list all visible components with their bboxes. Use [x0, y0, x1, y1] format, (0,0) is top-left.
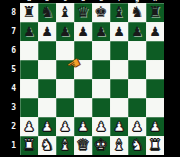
square-g2[interactable]: ♟ — [128, 117, 146, 136]
piece-black-pawn: ♟ — [59, 22, 71, 41]
piece-white-pawn: ♟ — [41, 117, 53, 136]
chess-board: ♜♞♝♛♚♝♞♜♟♟♟♟♟♟♟♟♟♟♟♟♟♟♟♟♜♞♝♛♚♝♞♜ — [20, 3, 164, 155]
square-f6[interactable] — [110, 41, 128, 60]
piece-white-pawn: ♟ — [149, 117, 161, 136]
square-b2[interactable]: ♟ — [38, 117, 56, 136]
piece-white-knight: ♞ — [40, 136, 53, 155]
piece-white-bishop: ♝ — [112, 136, 125, 155]
rank-label-4: 4 — [0, 79, 16, 98]
square-f8[interactable]: ♝ — [110, 3, 128, 22]
square-b7[interactable]: ♟ — [38, 22, 56, 41]
square-e2[interactable]: ♟ — [92, 117, 110, 136]
square-c4[interactable] — [56, 79, 74, 98]
square-h1[interactable]: ♜ — [146, 136, 164, 155]
piece-black-knight: ♞ — [40, 3, 53, 22]
piece-white-rook: ♜ — [148, 136, 161, 155]
square-a4[interactable] — [20, 79, 38, 98]
piece-white-pawn: ♟ — [23, 117, 35, 136]
square-f4[interactable] — [110, 79, 128, 98]
square-e1[interactable]: ♚ — [92, 136, 110, 155]
square-h8[interactable]: ♜ — [146, 3, 164, 22]
square-g1[interactable]: ♞ — [128, 136, 146, 155]
piece-black-pawn: ♟ — [77, 22, 89, 41]
square-d5[interactable] — [74, 60, 92, 79]
piece-white-king: ♚ — [94, 136, 107, 155]
square-d3[interactable] — [74, 98, 92, 117]
square-c8[interactable]: ♝ — [56, 3, 74, 22]
piece-black-knight: ♞ — [130, 3, 143, 22]
rank-label-1: 1 — [0, 136, 16, 155]
square-f3[interactable] — [110, 98, 128, 117]
piece-black-rook: ♜ — [22, 3, 35, 22]
piece-black-pawn: ♟ — [113, 22, 125, 41]
square-b3[interactable] — [38, 98, 56, 117]
square-a5[interactable] — [20, 60, 38, 79]
square-h2[interactable]: ♟ — [146, 117, 164, 136]
square-b8[interactable]: ♞ — [38, 3, 56, 22]
square-g4[interactable] — [128, 79, 146, 98]
square-e7[interactable]: ♟ — [92, 22, 110, 41]
square-g5[interactable] — [128, 60, 146, 79]
piece-white-pawn: ♟ — [113, 117, 125, 136]
square-g7[interactable]: ♟ — [128, 22, 146, 41]
square-h5[interactable] — [146, 60, 164, 79]
square-e6[interactable] — [92, 41, 110, 60]
rank-labels: 87654321 — [0, 3, 20, 155]
piece-white-queen: ♛ — [76, 136, 89, 155]
square-d1[interactable]: ♛ — [74, 136, 92, 155]
square-c6[interactable] — [56, 41, 74, 60]
square-h6[interactable] — [146, 41, 164, 60]
square-a8[interactable]: ♜ — [20, 3, 38, 22]
rank-label-3: 3 — [0, 98, 16, 117]
square-c3[interactable] — [56, 98, 74, 117]
piece-black-pawn: ♟ — [23, 22, 35, 41]
square-h4[interactable] — [146, 79, 164, 98]
square-h7[interactable]: ♟ — [146, 22, 164, 41]
square-e8[interactable]: ♚ — [92, 3, 110, 22]
square-b4[interactable] — [38, 79, 56, 98]
piece-white-pawn: ♟ — [131, 117, 143, 136]
rank-label-7: 7 — [0, 22, 16, 41]
rank-label-8: 8 — [0, 3, 16, 22]
piece-black-bishop: ♝ — [112, 3, 125, 22]
piece-white-pawn: ♟ — [77, 117, 89, 136]
square-b6[interactable] — [38, 41, 56, 60]
square-h3[interactable] — [146, 98, 164, 117]
square-d2[interactable]: ♟ — [74, 117, 92, 136]
piece-white-knight: ♞ — [130, 136, 143, 155]
square-g8[interactable]: ♞ — [128, 3, 146, 22]
piece-black-queen: ♛ — [76, 3, 89, 22]
piece-black-bishop: ♝ — [58, 3, 71, 22]
square-e5[interactable] — [92, 60, 110, 79]
piece-white-rook: ♜ — [22, 136, 35, 155]
square-d7[interactable]: ♟ — [74, 22, 92, 41]
piece-black-pawn: ♟ — [95, 22, 107, 41]
rank-label-6: 6 — [0, 41, 16, 60]
square-d6[interactable] — [74, 41, 92, 60]
square-c7[interactable]: ♟ — [56, 22, 74, 41]
square-b1[interactable]: ♞ — [38, 136, 56, 155]
piece-white-pawn: ♟ — [95, 117, 107, 136]
square-a6[interactable] — [20, 41, 38, 60]
piece-black-rook: ♜ — [148, 3, 161, 22]
square-g6[interactable] — [128, 41, 146, 60]
square-e3[interactable] — [92, 98, 110, 117]
square-f1[interactable]: ♝ — [110, 136, 128, 155]
rank-label-5: 5 — [0, 60, 16, 79]
square-c2[interactable]: ♟ — [56, 117, 74, 136]
square-g3[interactable] — [128, 98, 146, 117]
square-a7[interactable]: ♟ — [20, 22, 38, 41]
square-c5[interactable] — [56, 60, 74, 79]
square-e4[interactable] — [92, 79, 110, 98]
piece-black-king: ♚ — [94, 3, 107, 22]
piece-white-bishop: ♝ — [58, 136, 71, 155]
square-a3[interactable] — [20, 98, 38, 117]
game-screen: abcdefgh 87654321 ♜♞♝♛♚♝♞♜♟♟♟♟♟♟♟♟♟♟♟♟♟♟… — [0, 0, 180, 157]
piece-white-pawn: ♟ — [59, 117, 71, 136]
square-b5[interactable] — [38, 60, 56, 79]
piece-black-pawn: ♟ — [41, 22, 53, 41]
rank-label-2: 2 — [0, 117, 16, 136]
square-d4[interactable] — [74, 79, 92, 98]
piece-black-pawn: ♟ — [131, 22, 143, 41]
square-f7[interactable]: ♟ — [110, 22, 128, 41]
piece-black-pawn: ♟ — [149, 22, 161, 41]
square-a2[interactable]: ♟ — [20, 117, 38, 136]
square-a1[interactable]: ♜ — [20, 136, 38, 155]
square-c1[interactable]: ♝ — [56, 136, 74, 155]
square-d8[interactable]: ♛ — [74, 3, 92, 22]
square-f2[interactable]: ♟ — [110, 117, 128, 136]
square-f5[interactable] — [110, 60, 128, 79]
